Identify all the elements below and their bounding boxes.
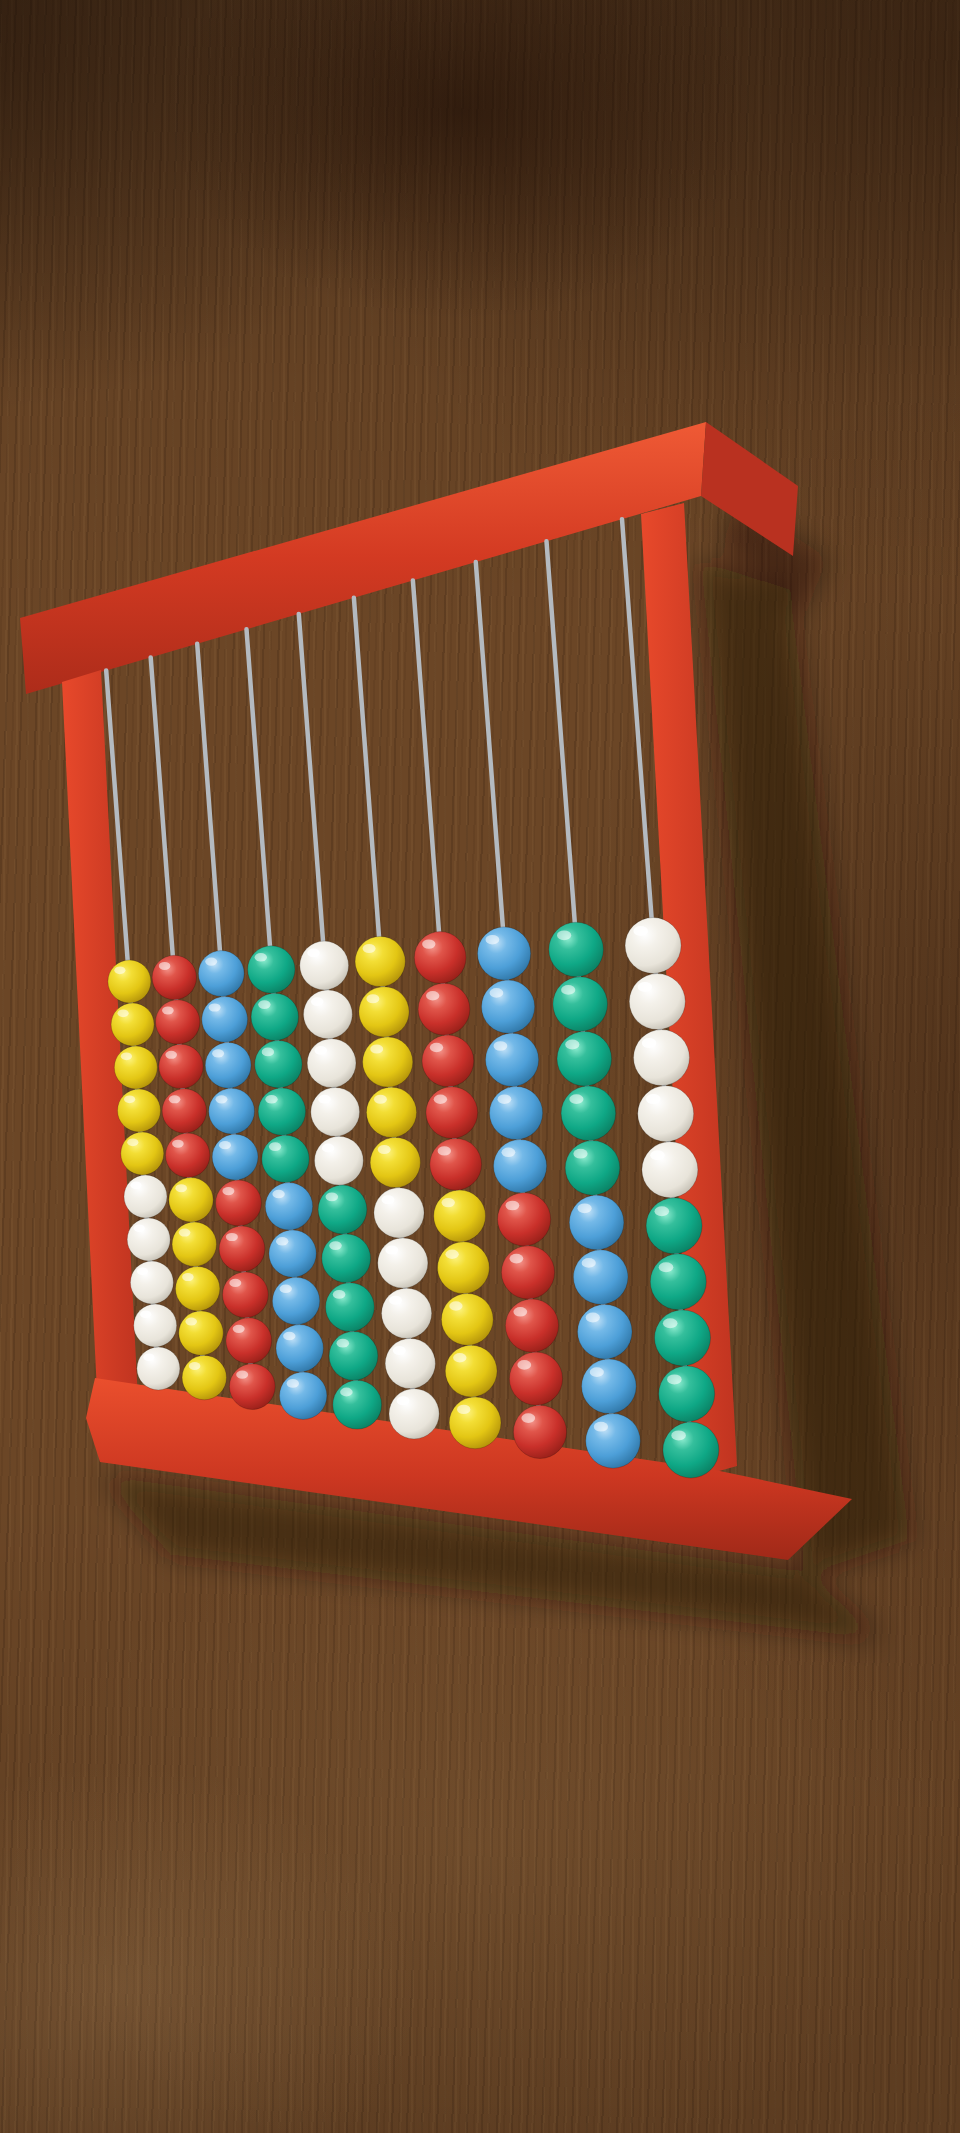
bead-rod8-pos5-B[interactable] (493, 1140, 546, 1193)
bead-highlight (578, 1203, 592, 1213)
bead-rod1-pos8-W[interactable] (130, 1261, 173, 1304)
bead-rod1-pos9-W[interactable] (134, 1304, 177, 1347)
bead-highlight (430, 1043, 443, 1052)
bead-highlight (378, 1145, 391, 1154)
bead-rod8-pos9-R[interactable] (509, 1352, 562, 1405)
bead-rod4-pos5-G[interactable] (262, 1135, 309, 1182)
bead-highlight (333, 1290, 346, 1299)
bead-highlight (667, 1374, 682, 1384)
top-rail (20, 422, 706, 694)
bead-highlight (449, 1301, 462, 1310)
bead-rod8-pos10-R[interactable] (513, 1405, 566, 1458)
bead-highlight (642, 1038, 657, 1048)
bead-rod9-pos5-G[interactable] (565, 1141, 620, 1196)
bead-rod6-pos10-W[interactable] (389, 1389, 439, 1439)
bead-highlight (175, 1184, 187, 1192)
bead-rod6-pos6-W[interactable] (374, 1188, 424, 1238)
bead-highlight (490, 988, 504, 998)
bead-highlight (185, 1318, 197, 1326)
bead-rod7-pos4-R[interactable] (426, 1087, 478, 1139)
bead-highlight (569, 1094, 583, 1104)
bead-rod9-pos4-G[interactable] (561, 1086, 616, 1141)
bead-rod5-pos2-W[interactable] (304, 990, 353, 1039)
bead-rod10-pos10-G[interactable] (663, 1422, 719, 1478)
bead-highlight (646, 1094, 661, 1104)
bead-rod10-pos6-G[interactable] (646, 1198, 702, 1254)
bead-rod4-pos1-G[interactable] (248, 946, 295, 993)
bead-rod1-pos10-W[interactable] (137, 1347, 180, 1390)
bead-highlight (159, 962, 171, 970)
bead-rod10-pos2-W[interactable] (629, 974, 685, 1030)
bead-rod6-pos1-Y[interactable] (355, 936, 405, 986)
bead-rod5-pos9-G[interactable] (329, 1332, 378, 1381)
bead-highlight (318, 1095, 331, 1104)
bead-rod9-pos6-B[interactable] (569, 1195, 624, 1250)
bead-highlight (438, 1146, 451, 1155)
bead-highlight (269, 1142, 281, 1151)
bead-highlight (233, 1325, 245, 1333)
bead-highlight (517, 1360, 531, 1370)
bead-rod1-pos1-Y[interactable] (108, 960, 151, 1003)
bead-rod6-pos2-Y[interactable] (359, 987, 409, 1037)
bead-highlight (205, 958, 217, 966)
bead-rod8-pos3-B[interactable] (485, 1033, 538, 1086)
bead-highlight (521, 1413, 535, 1423)
bead-highlight (212, 1049, 224, 1057)
bead-highlight (393, 1346, 406, 1355)
bead-highlight (182, 1273, 194, 1281)
bead-highlight (389, 1296, 402, 1305)
bead-rod1-pos3-Y[interactable] (114, 1046, 157, 1089)
bead-highlight (329, 1241, 342, 1250)
bead-highlight (457, 1405, 470, 1414)
bead-rod1-pos5-Y[interactable] (121, 1132, 164, 1175)
bead-highlight (422, 939, 435, 948)
bead-highlight (127, 1138, 138, 1146)
bead-highlight (671, 1430, 686, 1440)
bead-rod9-pos3-G[interactable] (557, 1031, 612, 1086)
bead-rod1-pos6-W[interactable] (124, 1175, 167, 1218)
bead-highlight (486, 935, 500, 945)
bead-highlight (582, 1258, 596, 1268)
bead-rod8-pos1-B[interactable] (478, 927, 531, 980)
bead-rod2-pos10-Y[interactable] (182, 1355, 226, 1399)
bead-rod3-pos10-R[interactable] (229, 1364, 275, 1410)
bead-highlight (121, 1052, 132, 1060)
bead-highlight (426, 991, 439, 1000)
bead-rod9-pos1-G[interactable] (549, 922, 604, 977)
bead-highlight (633, 926, 648, 936)
bead-rod1-pos2-Y[interactable] (111, 1003, 154, 1046)
bead-highlight (557, 930, 571, 940)
bead-rod2-pos3-R[interactable] (159, 1044, 203, 1088)
bead-highlight (650, 1150, 665, 1160)
bead-rod9-pos2-G[interactable] (553, 977, 608, 1032)
bead-rod1-pos4-Y[interactable] (118, 1089, 161, 1132)
bead-rod7-pos7-Y[interactable] (438, 1242, 490, 1294)
bead-rod9-pos7-B[interactable] (573, 1250, 628, 1305)
bead-rod4-pos6-B[interactable] (265, 1183, 312, 1230)
bead-highlight (561, 985, 575, 995)
bead-highlight (565, 1040, 579, 1050)
bead-highlight (262, 1048, 274, 1057)
bead-highlight (189, 1362, 201, 1370)
bead-highlight (143, 1353, 154, 1361)
bead-highlight (169, 1095, 181, 1103)
bead-rod2-pos6-Y[interactable] (169, 1178, 213, 1222)
bead-rod4-pos3-G[interactable] (255, 1041, 302, 1088)
bead-rod4-pos2-G[interactable] (251, 993, 298, 1040)
bead-rod6-pos3-Y[interactable] (363, 1037, 413, 1087)
bead-highlight (374, 1095, 387, 1104)
bead-rod6-pos4-Y[interactable] (366, 1087, 416, 1137)
bead-rod4-pos8-B[interactable] (272, 1277, 319, 1324)
bead-highlight (287, 1379, 299, 1388)
bead-rod7-pos10-Y[interactable] (449, 1397, 501, 1449)
bead-rod10-pos3-W[interactable] (634, 1030, 690, 1086)
bead-rod3-pos1-B[interactable] (198, 951, 244, 997)
bead-highlight (229, 1279, 241, 1287)
bead-rod3-pos5-B[interactable] (212, 1134, 258, 1180)
bead-rod5-pos4-W[interactable] (311, 1088, 360, 1137)
bead-rod2-pos2-R[interactable] (156, 1000, 200, 1044)
bead-rod2-pos7-Y[interactable] (172, 1222, 216, 1266)
bead-highlight (179, 1229, 191, 1237)
bead-rod3-pos2-B[interactable] (202, 997, 248, 1043)
bead-rod4-pos10-B[interactable] (280, 1372, 327, 1419)
bead-rod10-pos4-W[interactable] (638, 1086, 694, 1142)
bead-rod3-pos3-B[interactable] (205, 1042, 251, 1088)
bead-highlight (209, 1003, 221, 1011)
bead-rod7-pos1-R[interactable] (414, 932, 466, 984)
bead-highlight (322, 1144, 335, 1153)
bead-highlight (363, 944, 376, 953)
bead-highlight (137, 1267, 148, 1275)
bead-rod9-pos8-B[interactable] (578, 1304, 633, 1359)
bead-rod5-pos7-G[interactable] (322, 1234, 371, 1283)
bead-rod4-pos9-B[interactable] (276, 1325, 323, 1372)
bead-rod5-pos3-W[interactable] (307, 1039, 356, 1088)
bead-highlight (337, 1339, 350, 1348)
bead-rod9-pos9-B[interactable] (582, 1359, 637, 1414)
bead-highlight (586, 1313, 600, 1323)
bead-rod10-pos1-W[interactable] (625, 918, 681, 974)
bead-rod7-pos8-Y[interactable] (441, 1294, 493, 1346)
bead-highlight (216, 1095, 228, 1103)
bead-highlight (124, 1095, 135, 1103)
bead-rod3-pos8-R[interactable] (223, 1272, 269, 1318)
bead-rod1-pos7-W[interactable] (127, 1218, 170, 1261)
bead-rod6-pos5-Y[interactable] (370, 1137, 420, 1187)
bead-rod8-pos7-R[interactable] (501, 1246, 554, 1299)
bead-highlight (114, 966, 125, 974)
bead-highlight (513, 1307, 527, 1317)
bead-rod5-pos1-W[interactable] (300, 941, 349, 990)
bead-rod2-pos9-Y[interactable] (179, 1311, 223, 1355)
bead-highlight (276, 1237, 288, 1246)
bead-rod6-pos9-W[interactable] (385, 1338, 435, 1388)
bead-highlight (315, 1046, 328, 1055)
bead-highlight (510, 1254, 524, 1264)
bead-highlight (655, 1206, 670, 1216)
bead-highlight (594, 1422, 608, 1432)
bead-rod7-pos6-Y[interactable] (434, 1190, 486, 1242)
bead-rod3-pos4-B[interactable] (209, 1088, 255, 1134)
bead-highlight (506, 1201, 520, 1211)
bead-highlight (385, 1246, 398, 1255)
bead-highlight (140, 1310, 151, 1318)
beads-layer (108, 918, 719, 1479)
bead-highlight (494, 1041, 508, 1051)
bead-highlight (434, 1095, 447, 1104)
bead-highlight (442, 1198, 455, 1207)
bead-rod9-pos10-B[interactable] (586, 1414, 641, 1469)
rod-9-beads (549, 922, 641, 1468)
bead-highlight (663, 1318, 678, 1328)
bead-highlight (370, 1045, 383, 1054)
bead-highlight (118, 1009, 129, 1017)
abacus (0, 0, 960, 2133)
bead-highlight (638, 982, 653, 992)
bead-highlight (222, 1187, 234, 1195)
bead-highlight (162, 1006, 174, 1014)
bead-rod5-pos5-W[interactable] (315, 1136, 364, 1185)
bead-rod3-pos6-R[interactable] (216, 1180, 262, 1226)
bead-rod3-pos9-R[interactable] (226, 1318, 272, 1364)
bead-rod4-pos7-B[interactable] (269, 1230, 316, 1277)
bead-highlight (590, 1367, 604, 1377)
bead-rod5-pos10-G[interactable] (333, 1380, 382, 1429)
bead-highlight (326, 1192, 339, 1201)
bead-highlight (366, 994, 379, 1003)
bead-highlight (280, 1284, 292, 1293)
bead-rod8-pos8-R[interactable] (505, 1299, 558, 1352)
bead-rod2-pos5-R[interactable] (166, 1133, 210, 1177)
bead-rod6-pos8-W[interactable] (382, 1288, 432, 1338)
bead-rod2-pos8-Y[interactable] (176, 1267, 220, 1311)
bead-highlight (397, 1396, 410, 1405)
bead-rod4-pos4-G[interactable] (258, 1088, 305, 1135)
bead-rod10-pos5-W[interactable] (642, 1142, 698, 1198)
bead-highlight (172, 1140, 184, 1148)
bead-highlight (265, 1095, 277, 1104)
bead-highlight (130, 1181, 141, 1189)
photo-scene (0, 0, 960, 2133)
bead-highlight (311, 997, 324, 1006)
bead-rod8-pos4-B[interactable] (489, 1086, 542, 1139)
bead-highlight (340, 1388, 353, 1397)
bead-rod2-pos4-R[interactable] (162, 1089, 206, 1133)
bead-highlight (307, 948, 320, 957)
bead-highlight (255, 953, 267, 962)
bead-highlight (382, 1195, 395, 1204)
bead-rod8-pos6-R[interactable] (497, 1193, 550, 1246)
bead-highlight (659, 1262, 674, 1272)
bead-highlight (502, 1148, 516, 1158)
bead-highlight (498, 1094, 512, 1104)
bead-rod7-pos2-R[interactable] (418, 983, 470, 1035)
bead-rod2-pos1-R[interactable] (152, 955, 196, 999)
bead-rod7-pos5-R[interactable] (430, 1138, 482, 1190)
bead-highlight (453, 1353, 466, 1362)
bead-rod7-pos3-R[interactable] (422, 1035, 474, 1087)
bead-highlight (236, 1371, 248, 1379)
bead-highlight (258, 1000, 270, 1009)
bead-rod10-pos7-G[interactable] (650, 1254, 706, 1310)
bead-highlight (283, 1332, 295, 1341)
bead-rod7-pos9-Y[interactable] (445, 1345, 497, 1397)
bead-highlight (165, 1051, 177, 1059)
bead-rod10-pos9-G[interactable] (659, 1366, 715, 1422)
bead-highlight (226, 1233, 238, 1241)
bead-rod5-pos8-G[interactable] (326, 1283, 375, 1332)
bead-highlight (573, 1149, 587, 1159)
bead-rod8-pos2-B[interactable] (482, 980, 535, 1033)
bead-highlight (134, 1224, 145, 1232)
bead-highlight (445, 1250, 458, 1259)
bead-rod5-pos6-G[interactable] (318, 1185, 367, 1234)
bead-rod6-pos7-W[interactable] (378, 1238, 428, 1288)
bead-highlight (219, 1141, 231, 1149)
bead-rod10-pos8-G[interactable] (655, 1310, 711, 1366)
bead-rod3-pos7-R[interactable] (219, 1226, 265, 1272)
bead-highlight (272, 1190, 284, 1199)
